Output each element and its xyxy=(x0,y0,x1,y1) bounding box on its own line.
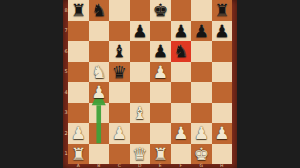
square-a3[interactable] xyxy=(68,103,89,124)
square-d1[interactable]: ♛ xyxy=(130,144,151,165)
square-e5[interactable]: ♟ xyxy=(150,62,171,83)
file-label-e: E xyxy=(150,163,171,168)
square-d7[interactable]: ♟ xyxy=(130,21,151,42)
square-d5[interactable] xyxy=(130,62,151,83)
white-pawn-b4[interactable]: ♟ xyxy=(91,82,106,102)
square-d2[interactable] xyxy=(130,123,151,144)
black-bishop-c6[interactable]: ♝ xyxy=(112,41,127,61)
square-b6[interactable] xyxy=(89,41,110,62)
square-g1[interactable]: ♚ xyxy=(191,144,212,165)
square-c2[interactable]: ♟ xyxy=(109,123,130,144)
square-f2[interactable]: ♟ xyxy=(171,123,192,144)
square-h1[interactable] xyxy=(212,144,233,165)
square-b5[interactable]: ♞ xyxy=(89,62,110,83)
square-g5[interactable] xyxy=(191,62,212,83)
black-pawn-d7[interactable]: ♟ xyxy=(132,21,147,41)
black-pawn-g7[interactable]: ♟ xyxy=(194,21,209,41)
square-a2[interactable]: ♟ xyxy=(68,123,89,144)
file-label-g: G xyxy=(191,163,212,168)
chess-app-background: 87654321 ♜♞♚♜♟♟♟♟♝♟♞♞♛♟♟♝♟♟♟♟♟♜♛♜♚ ABCDE… xyxy=(0,0,300,168)
square-e7[interactable] xyxy=(150,21,171,42)
square-g8[interactable] xyxy=(191,0,212,21)
square-g7[interactable]: ♟ xyxy=(191,21,212,42)
file-label-b: B xyxy=(89,163,110,168)
white-pawn-e5[interactable]: ♟ xyxy=(153,62,168,82)
white-pawn-g2[interactable]: ♟ xyxy=(194,123,209,143)
square-d3[interactable]: ♝ xyxy=(130,103,151,124)
square-h3[interactable] xyxy=(212,103,233,124)
white-pawn-c2[interactable]: ♟ xyxy=(112,123,127,143)
square-a1[interactable]: ♜ xyxy=(68,144,89,165)
black-pawn-e6[interactable]: ♟ xyxy=(153,41,168,61)
square-b4[interactable]: ♟ xyxy=(89,82,110,103)
square-c1[interactable] xyxy=(109,144,130,165)
file-labels: ABCDEFGH xyxy=(68,163,232,168)
square-c4[interactable] xyxy=(109,82,130,103)
white-knight-b5[interactable]: ♞ xyxy=(91,62,106,82)
square-e2[interactable] xyxy=(150,123,171,144)
square-d8[interactable] xyxy=(130,0,151,21)
square-f3[interactable] xyxy=(171,103,192,124)
black-rook-a8[interactable]: ♜ xyxy=(71,0,86,20)
square-b8[interactable]: ♞ xyxy=(89,0,110,21)
square-d4[interactable] xyxy=(130,82,151,103)
square-h8[interactable]: ♜ xyxy=(212,0,233,21)
square-e3[interactable] xyxy=(150,103,171,124)
square-a5[interactable] xyxy=(68,62,89,83)
square-d6[interactable] xyxy=(130,41,151,62)
square-g6[interactable] xyxy=(191,41,212,62)
white-bishop-d3[interactable]: ♝ xyxy=(132,103,147,123)
square-h2[interactable]: ♟ xyxy=(212,123,233,144)
square-a6[interactable] xyxy=(68,41,89,62)
square-c8[interactable] xyxy=(109,0,130,21)
square-h6[interactable] xyxy=(212,41,233,62)
white-rook-a1[interactable]: ♜ xyxy=(71,144,86,164)
file-label-c: C xyxy=(109,163,130,168)
square-f6[interactable]: ♞ xyxy=(171,41,192,62)
square-h5[interactable] xyxy=(212,62,233,83)
white-pawn-h2[interactable]: ♟ xyxy=(214,123,229,143)
square-c6[interactable]: ♝ xyxy=(109,41,130,62)
square-f8[interactable] xyxy=(171,0,192,21)
square-g2[interactable]: ♟ xyxy=(191,123,212,144)
file-label-f: F xyxy=(171,163,192,168)
square-f5[interactable] xyxy=(171,62,192,83)
white-queen-d1[interactable]: ♛ xyxy=(132,144,147,164)
square-a4[interactable] xyxy=(68,82,89,103)
square-b3[interactable] xyxy=(89,103,110,124)
chess-board-frame: 87654321 ♜♞♚♜♟♟♟♟♝♟♞♞♛♟♟♝♟♟♟♟♟♜♛♜♚ ABCDE… xyxy=(63,0,237,168)
square-h7[interactable]: ♟ xyxy=(212,21,233,42)
black-queen-c5[interactable]: ♛ xyxy=(112,62,127,82)
square-f4[interactable] xyxy=(171,82,192,103)
square-b2[interactable] xyxy=(89,123,110,144)
square-f7[interactable]: ♟ xyxy=(171,21,192,42)
square-c7[interactable] xyxy=(109,21,130,42)
square-e4[interactable] xyxy=(150,82,171,103)
square-c3[interactable] xyxy=(109,103,130,124)
chess-board: ♜♞♚♜♟♟♟♟♝♟♞♞♛♟♟♝♟♟♟♟♟♜♛♜♚ xyxy=(68,0,232,164)
black-knight-b8[interactable]: ♞ xyxy=(91,0,106,20)
white-king-g1[interactable]: ♚ xyxy=(194,144,209,164)
square-a7[interactable] xyxy=(68,21,89,42)
file-label-a: A xyxy=(68,163,89,168)
file-label-h: H xyxy=(212,163,233,168)
square-b1[interactable] xyxy=(89,144,110,165)
white-pawn-f2[interactable]: ♟ xyxy=(173,123,188,143)
black-pawn-h7[interactable]: ♟ xyxy=(214,21,229,41)
file-label-d: D xyxy=(130,163,151,168)
black-rook-h8[interactable]: ♜ xyxy=(214,0,229,20)
black-king-e8[interactable]: ♚ xyxy=(153,0,168,20)
square-f1[interactable] xyxy=(171,144,192,165)
white-pawn-a2[interactable]: ♟ xyxy=(71,123,86,143)
square-g3[interactable] xyxy=(191,103,212,124)
square-e8[interactable]: ♚ xyxy=(150,0,171,21)
square-g4[interactable] xyxy=(191,82,212,103)
square-a8[interactable]: ♜ xyxy=(68,0,89,21)
square-e1[interactable]: ♜ xyxy=(150,144,171,165)
black-knight-f6[interactable]: ♞ xyxy=(173,41,188,61)
square-h4[interactable] xyxy=(212,82,233,103)
square-c5[interactable]: ♛ xyxy=(109,62,130,83)
black-pawn-f7[interactable]: ♟ xyxy=(173,21,188,41)
white-rook-e1[interactable]: ♜ xyxy=(153,144,168,164)
square-e6[interactable]: ♟ xyxy=(150,41,171,62)
square-b7[interactable] xyxy=(89,21,110,42)
